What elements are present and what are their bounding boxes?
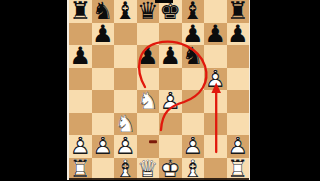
square-e3[interactable]	[159, 113, 182, 136]
piece-black-king[interactable]: ♚	[159, 0, 182, 23]
square-a1[interactable]: ♜♖	[69, 158, 92, 181]
square-f1[interactable]: ♝♗	[182, 158, 205, 181]
square-h5[interactable]	[227, 68, 250, 91]
square-c6[interactable]	[114, 45, 137, 68]
square-a8[interactable]: ♜	[69, 0, 92, 23]
square-b2[interactable]: ♟♙	[92, 135, 115, 158]
square-b5[interactable]	[92, 68, 115, 91]
piece-black-pawn[interactable]: ♟	[92, 23, 115, 46]
square-f4[interactable]	[182, 90, 205, 113]
square-d6[interactable]: ♟	[137, 45, 160, 68]
piece-black-pawn[interactable]: ♟	[159, 45, 182, 68]
piece-black-pawn[interactable]: ♟	[227, 23, 250, 46]
square-b6[interactable]	[92, 45, 115, 68]
square-c8[interactable]: ♝	[114, 0, 137, 23]
square-a4[interactable]	[69, 90, 92, 113]
square-c7[interactable]	[114, 23, 137, 46]
piece-white-bishop[interactable]: ♝♗	[182, 158, 205, 181]
piece-white-queen[interactable]: ♛♕	[137, 158, 160, 181]
board-right-edge-line	[249, 0, 250, 180]
square-e8[interactable]: ♚	[159, 0, 182, 23]
square-d8[interactable]: ♛	[137, 0, 160, 23]
square-h1[interactable]: ♜♖	[227, 158, 250, 181]
square-g7[interactable]: ♟	[204, 23, 227, 46]
chess-board: ♜♞♝♛♚♝♜♟♟♟♟♟♟♟♞♟♙♞♘♟♙♞♘♟♙♟♙♟♙♟♙♟♙♜♖♝♗♛♕♚…	[69, 0, 249, 180]
square-g4[interactable]	[204, 90, 227, 113]
square-d4[interactable]: ♞♘	[137, 90, 160, 113]
square-e4[interactable]: ♟♙	[159, 90, 182, 113]
square-e6[interactable]: ♟	[159, 45, 182, 68]
piece-black-queen[interactable]: ♛	[137, 0, 160, 23]
piece-white-knight[interactable]: ♞♘	[137, 90, 160, 113]
piece-black-pawn[interactable]: ♟	[204, 23, 227, 46]
board-bottom-shadow	[69, 178, 249, 180]
square-d1[interactable]: ♛♕	[137, 158, 160, 181]
square-h7[interactable]: ♟	[227, 23, 250, 46]
square-b1[interactable]	[92, 158, 115, 181]
top-edge-artifact	[155, 0, 173, 3]
square-h4[interactable]	[227, 90, 250, 113]
square-e1[interactable]: ♚♔	[159, 158, 182, 181]
square-c5[interactable]	[114, 68, 137, 91]
square-g5[interactable]: ♟♙	[204, 68, 227, 91]
piece-black-pawn[interactable]: ♟	[69, 45, 92, 68]
square-d3[interactable]	[137, 113, 160, 136]
piece-black-rook[interactable]: ♜	[69, 0, 92, 23]
piece-white-bishop[interactable]: ♝♗	[114, 158, 137, 181]
chess-screenshot: ♜♞♝♛♚♝♜♟♟♟♟♟♟♟♞♟♙♞♘♟♙♞♘♟♙♟♙♟♙♟♙♟♙♜♖♝♗♛♕♚…	[0, 0, 320, 180]
square-f6[interactable]: ♞	[182, 45, 205, 68]
piece-white-rook[interactable]: ♜♖	[227, 158, 250, 181]
square-f5[interactable]	[182, 68, 205, 91]
piece-white-pawn[interactable]: ♟♙	[159, 90, 182, 113]
square-a5[interactable]	[69, 68, 92, 91]
piece-white-pawn[interactable]: ♟♙	[204, 68, 227, 91]
square-g3[interactable]	[204, 113, 227, 136]
piece-black-pawn[interactable]: ♟	[137, 45, 160, 68]
square-g1[interactable]	[204, 158, 227, 181]
piece-white-pawn[interactable]: ♟♙	[92, 135, 115, 158]
piece-white-rook[interactable]: ♜♖	[69, 158, 92, 181]
right-letterbox-bar	[251, 0, 320, 180]
square-h6[interactable]	[227, 45, 250, 68]
square-a6[interactable]: ♟	[69, 45, 92, 68]
piece-black-knight[interactable]: ♞	[182, 45, 205, 68]
square-b7[interactable]: ♟	[92, 23, 115, 46]
square-c1[interactable]: ♝♗	[114, 158, 137, 181]
left-letterbox-bar	[0, 0, 66, 180]
square-b4[interactable]	[92, 90, 115, 113]
piece-black-bishop[interactable]: ♝	[114, 0, 137, 23]
square-g2[interactable]	[204, 135, 227, 158]
piece-white-king[interactable]: ♚♔	[159, 158, 182, 181]
